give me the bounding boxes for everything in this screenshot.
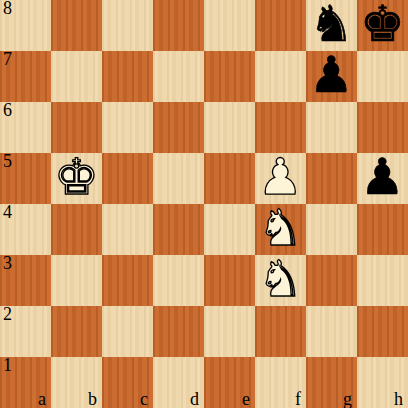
square-h6[interactable] <box>357 102 408 153</box>
square-b3[interactable] <box>51 255 102 306</box>
white-knight[interactable]: ♞ <box>258 203 303 254</box>
black-knight[interactable]: ♞ <box>309 0 354 50</box>
square-g1[interactable]: g <box>306 357 357 408</box>
square-f8[interactable] <box>255 0 306 51</box>
square-d2[interactable] <box>153 306 204 357</box>
file-label-d: d <box>190 390 199 408</box>
square-b5[interactable]: ♚ <box>51 153 102 204</box>
square-g4[interactable] <box>306 204 357 255</box>
rank-label-2: 2 <box>3 305 12 324</box>
square-f2[interactable] <box>255 306 306 357</box>
square-g6[interactable] <box>306 102 357 153</box>
square-g7[interactable]: ♟ <box>306 51 357 102</box>
square-d6[interactable] <box>153 102 204 153</box>
board-container: 8♞♚7♟65♚♟♟4♞3♞21abcdefgh <box>0 0 408 408</box>
square-g8[interactable]: ♞ <box>306 0 357 51</box>
square-e1[interactable]: e <box>204 357 255 408</box>
rank-label-5: 5 <box>3 152 12 171</box>
square-h4[interactable] <box>357 204 408 255</box>
square-c5[interactable] <box>102 153 153 204</box>
square-b8[interactable] <box>51 0 102 51</box>
file-label-a: a <box>38 390 46 408</box>
square-e7[interactable] <box>204 51 255 102</box>
square-g2[interactable] <box>306 306 357 357</box>
square-f4[interactable]: ♞ <box>255 204 306 255</box>
square-a4[interactable]: 4 <box>0 204 51 255</box>
file-label-c: c <box>140 390 148 408</box>
black-pawn[interactable]: ♟ <box>360 152 405 203</box>
square-a1[interactable]: 1a <box>0 357 51 408</box>
rank-label-4: 4 <box>3 203 12 222</box>
square-g5[interactable] <box>306 153 357 204</box>
square-c6[interactable] <box>102 102 153 153</box>
square-d3[interactable] <box>153 255 204 306</box>
rank-label-7: 7 <box>3 50 12 69</box>
square-h3[interactable] <box>357 255 408 306</box>
rank-label-6: 6 <box>3 101 12 120</box>
square-f1[interactable]: f <box>255 357 306 408</box>
file-label-g: g <box>343 390 352 408</box>
square-f7[interactable] <box>255 51 306 102</box>
white-king[interactable]: ♚ <box>54 152 99 203</box>
square-h1[interactable]: h <box>357 357 408 408</box>
square-h5[interactable]: ♟ <box>357 153 408 204</box>
square-d7[interactable] <box>153 51 204 102</box>
chess-board: 8♞♚7♟65♚♟♟4♞3♞21abcdefgh <box>0 0 408 408</box>
rank-label-1: 1 <box>3 356 12 375</box>
square-e6[interactable] <box>204 102 255 153</box>
square-a6[interactable]: 6 <box>0 102 51 153</box>
white-knight[interactable]: ♞ <box>258 254 303 305</box>
square-e2[interactable] <box>204 306 255 357</box>
black-pawn[interactable]: ♟ <box>309 50 354 101</box>
square-a2[interactable]: 2 <box>0 306 51 357</box>
square-b7[interactable] <box>51 51 102 102</box>
square-c3[interactable] <box>102 255 153 306</box>
square-d1[interactable]: d <box>153 357 204 408</box>
file-label-b: b <box>88 390 97 408</box>
square-h2[interactable] <box>357 306 408 357</box>
square-b1[interactable]: b <box>51 357 102 408</box>
square-b4[interactable] <box>51 204 102 255</box>
square-d5[interactable] <box>153 153 204 204</box>
square-a5[interactable]: 5 <box>0 153 51 204</box>
square-g3[interactable] <box>306 255 357 306</box>
square-e4[interactable] <box>204 204 255 255</box>
square-f3[interactable]: ♞ <box>255 255 306 306</box>
square-a7[interactable]: 7 <box>0 51 51 102</box>
square-c1[interactable]: c <box>102 357 153 408</box>
white-pawn[interactable]: ♟ <box>258 152 303 203</box>
square-h8[interactable]: ♚ <box>357 0 408 51</box>
black-king[interactable]: ♚ <box>360 0 405 50</box>
square-e5[interactable] <box>204 153 255 204</box>
square-c2[interactable] <box>102 306 153 357</box>
square-f5[interactable]: ♟ <box>255 153 306 204</box>
square-d8[interactable] <box>153 0 204 51</box>
square-h7[interactable] <box>357 51 408 102</box>
rank-label-3: 3 <box>3 254 12 273</box>
square-c4[interactable] <box>102 204 153 255</box>
square-c8[interactable] <box>102 0 153 51</box>
file-label-f: f <box>295 390 301 408</box>
square-e3[interactable] <box>204 255 255 306</box>
square-a3[interactable]: 3 <box>0 255 51 306</box>
square-f6[interactable] <box>255 102 306 153</box>
file-label-e: e <box>242 390 250 408</box>
square-c7[interactable] <box>102 51 153 102</box>
square-e8[interactable] <box>204 0 255 51</box>
square-b2[interactable] <box>51 306 102 357</box>
file-label-h: h <box>394 390 403 408</box>
square-b6[interactable] <box>51 102 102 153</box>
square-a8[interactable]: 8 <box>0 0 51 51</box>
rank-label-8: 8 <box>3 0 12 18</box>
square-d4[interactable] <box>153 204 204 255</box>
